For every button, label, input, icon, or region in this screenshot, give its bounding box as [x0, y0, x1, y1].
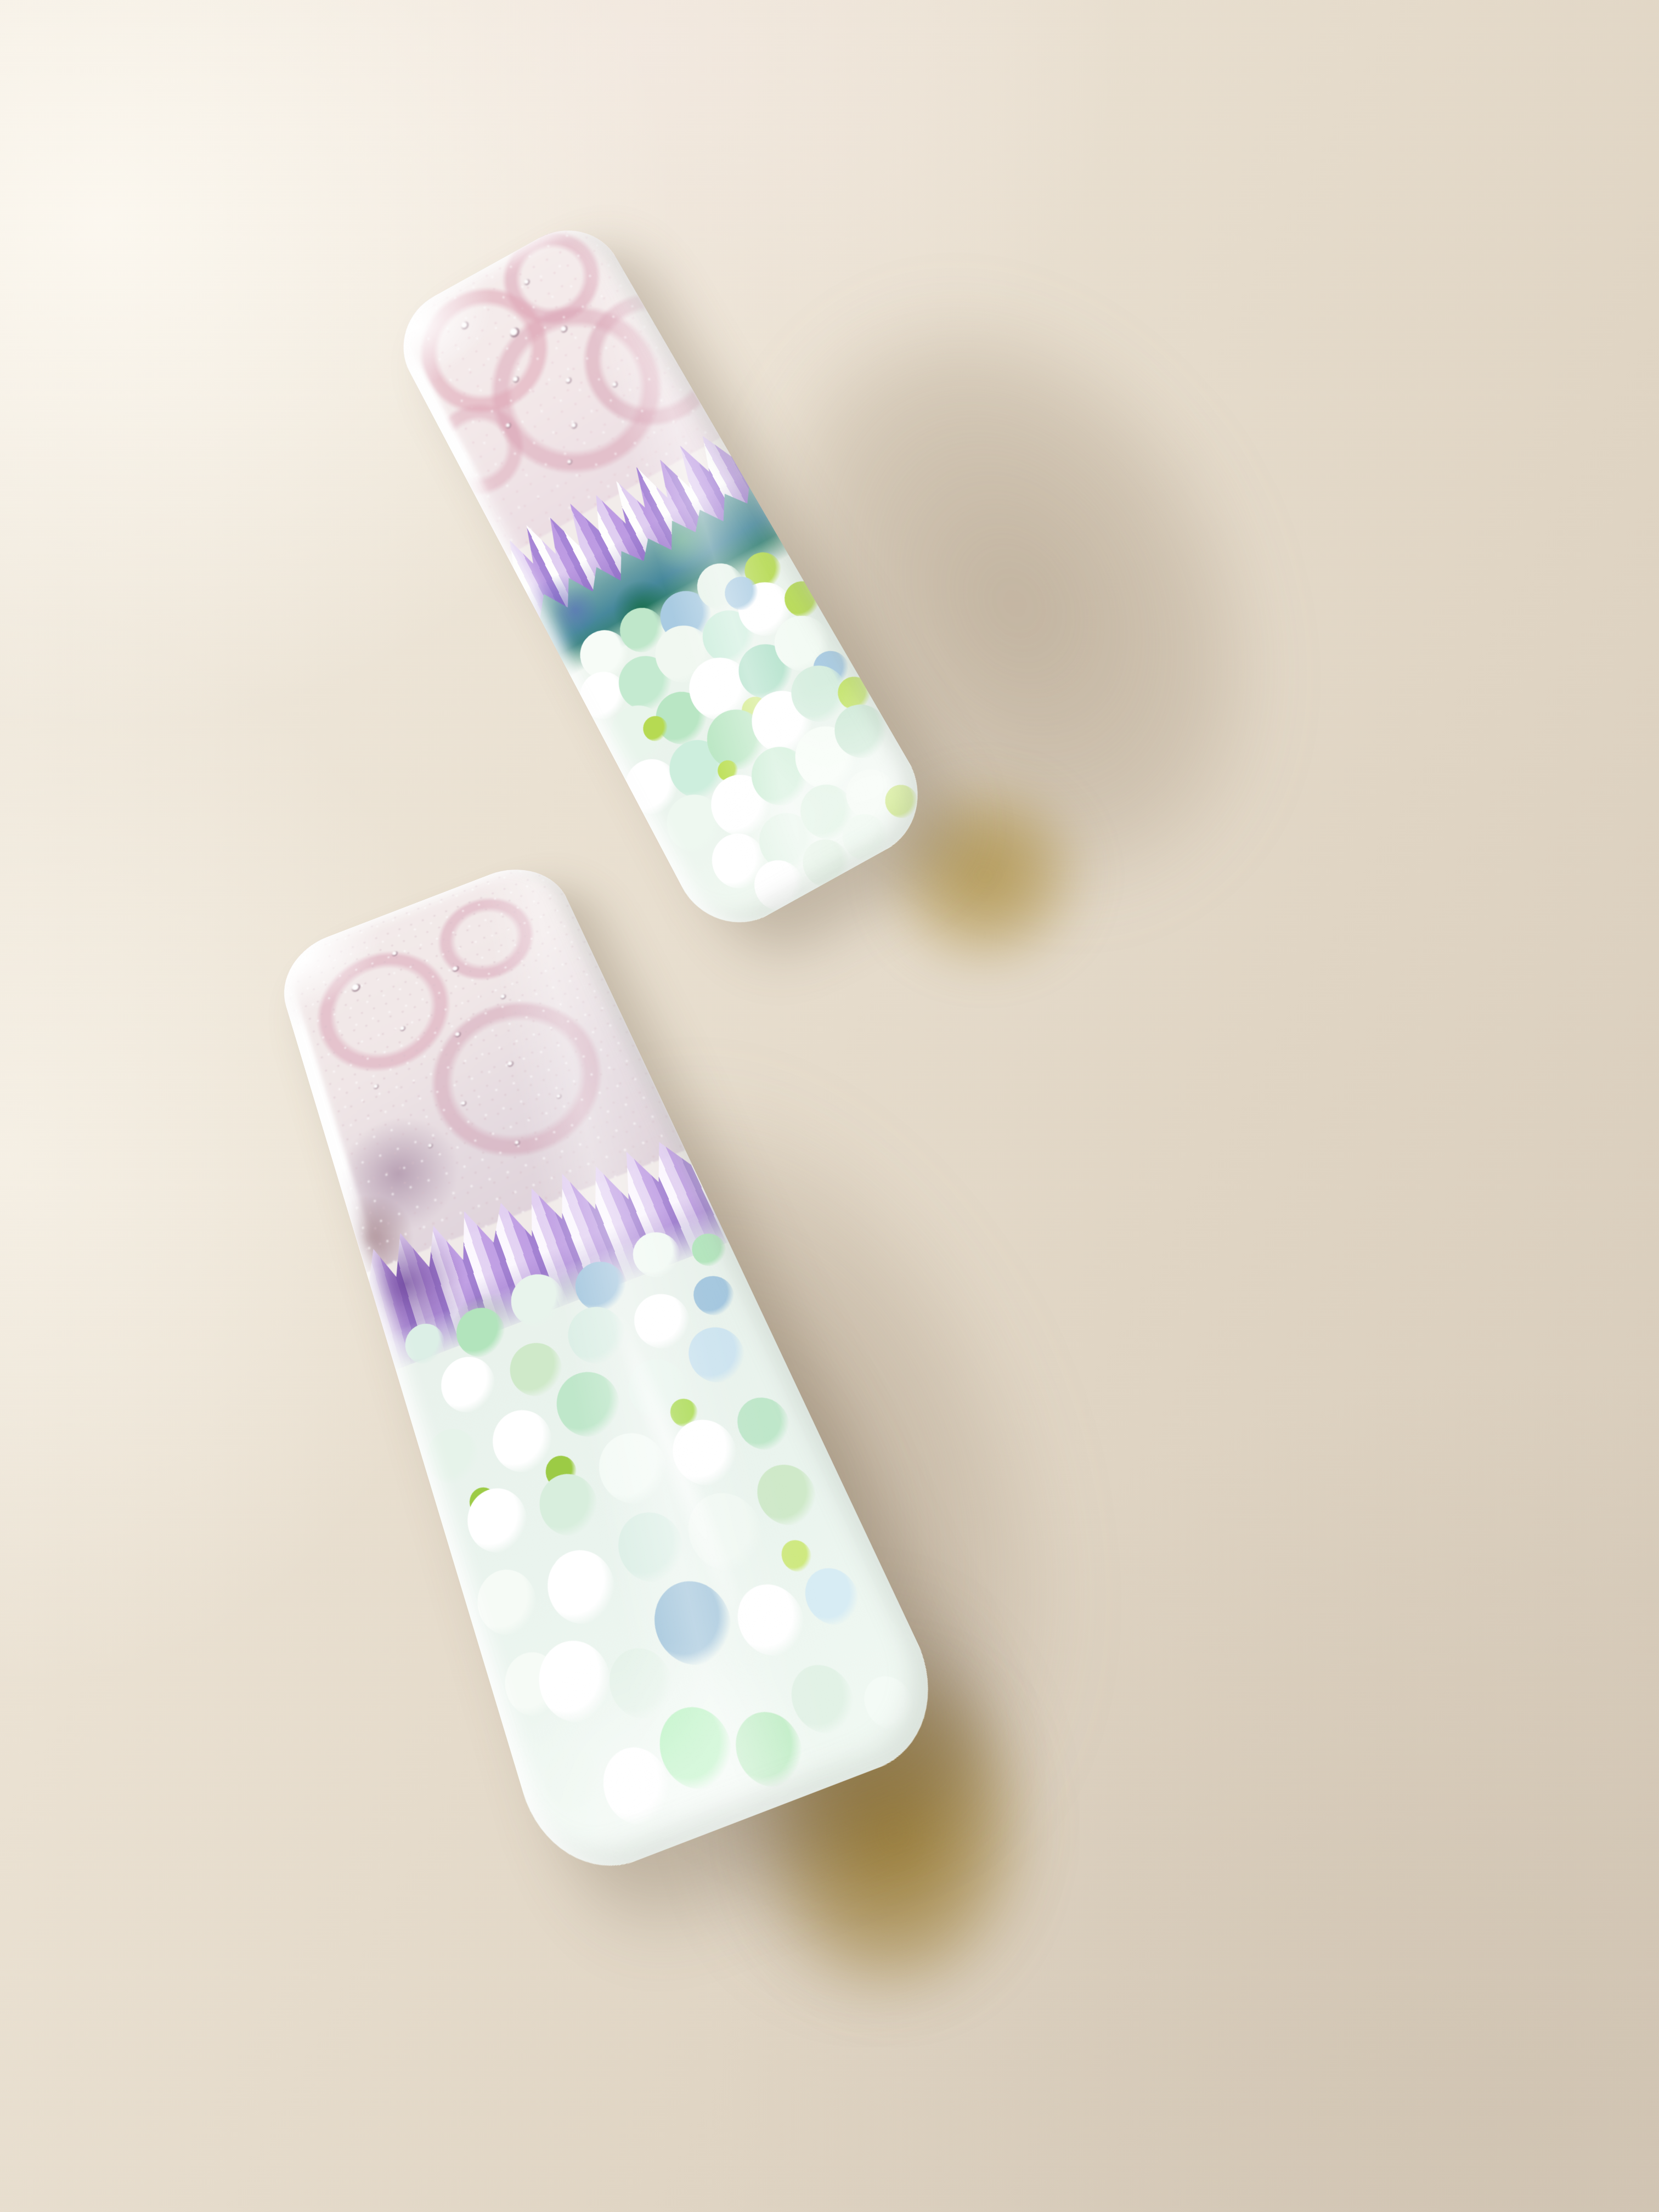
lower-glass-piece [272, 853, 961, 1893]
upper-glass-piece [384, 211, 941, 946]
glass-gloss-reflection [272, 853, 961, 1893]
photo-scene [0, 0, 1659, 2212]
glass-gloss-reflection [384, 211, 941, 946]
